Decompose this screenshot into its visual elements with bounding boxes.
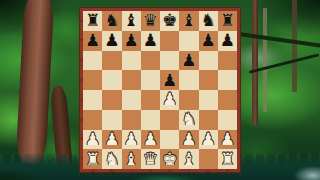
square-e1[interactable]: ♚ — [160, 149, 179, 169]
piece-black-bishop: ♝ — [124, 12, 139, 29]
rank-label-8: 8 — [80, 11, 83, 31]
piece-black-pawn: ♟ — [201, 32, 216, 49]
piece-black-pawn: ♟ — [181, 51, 196, 68]
square-g1[interactable] — [199, 149, 218, 169]
piece-black-pawn: ♟ — [124, 32, 139, 49]
square-c3[interactable] — [122, 110, 141, 130]
square-d3[interactable] — [141, 110, 160, 130]
file-label-b: b — [102, 169, 121, 173]
square-b7[interactable]: ♟ — [102, 31, 121, 51]
square-f3[interactable]: ♞ — [179, 110, 198, 130]
piece-black-pawn: ♟ — [143, 32, 158, 49]
square-d2[interactable]: ♟ — [141, 130, 160, 150]
piece-white-rook: ♜ — [220, 150, 235, 167]
file-label-e: e — [160, 169, 179, 173]
square-a1[interactable]: ♜ — [83, 149, 102, 169]
file-coordinates: abcdefgh — [83, 169, 237, 173]
tree-trunk-right-1 — [252, 0, 258, 125]
file-label-f: f — [179, 169, 198, 173]
square-d4[interactable] — [141, 90, 160, 110]
rank-label-5: 5 — [80, 70, 83, 90]
piece-white-bishop: ♝ — [181, 150, 196, 167]
water-highlight-bottom-right — [274, 158, 320, 180]
file-label-h: h — [218, 169, 237, 173]
square-a3[interactable] — [83, 110, 102, 130]
piece-white-pawn: ♟ — [85, 130, 100, 147]
square-c5[interactable] — [122, 70, 141, 90]
square-f5[interactable] — [179, 70, 198, 90]
rank-label-2: 2 — [80, 130, 83, 150]
chess-board: ♜♞♝♛♚♝♞♜♟♟♟♟♟♟♟♟♟♞♟♟♟♟♟♟♟♜♞♝♛♚♝♜ 8765432… — [80, 8, 240, 172]
file-label-c: c — [122, 169, 141, 173]
square-c8[interactable]: ♝ — [122, 11, 141, 31]
square-g6[interactable] — [199, 51, 218, 71]
rank-label-1: 1 — [80, 149, 83, 169]
square-a5[interactable] — [83, 70, 102, 90]
square-e8[interactable]: ♚ — [160, 11, 179, 31]
square-f4[interactable] — [179, 90, 198, 110]
tree-trunk-right-3 — [292, 0, 297, 92]
piece-black-knight: ♞ — [104, 12, 119, 29]
file-label-a: a — [83, 169, 102, 173]
square-f8[interactable]: ♝ — [179, 11, 198, 31]
piece-white-rook: ♜ — [85, 150, 100, 167]
square-g7[interactable]: ♟ — [199, 31, 218, 51]
square-a4[interactable] — [83, 90, 102, 110]
square-d5[interactable] — [141, 70, 160, 90]
square-c2[interactable]: ♟ — [122, 130, 141, 150]
square-f7[interactable] — [179, 31, 198, 51]
square-b2[interactable]: ♟ — [102, 130, 121, 150]
piece-white-bishop: ♝ — [124, 150, 139, 167]
square-b6[interactable] — [102, 51, 121, 71]
piece-black-pawn: ♟ — [85, 32, 100, 49]
square-a8[interactable]: ♜ — [83, 11, 102, 31]
piece-white-queen: ♛ — [143, 150, 158, 167]
square-f1[interactable]: ♝ — [179, 149, 198, 169]
square-f2[interactable]: ♟ — [179, 130, 198, 150]
piece-white-pawn: ♟ — [201, 130, 216, 147]
square-g4[interactable] — [199, 90, 218, 110]
screenshot: ♜♞♝♛♚♝♞♜♟♟♟♟♟♟♟♟♟♞♟♟♟♟♟♟♟♜♞♝♛♚♝♜ 8765432… — [0, 0, 320, 180]
piece-black-bishop: ♝ — [181, 12, 196, 29]
piece-white-pawn: ♟ — [143, 130, 158, 147]
file-label-d: d — [141, 169, 160, 173]
square-d1[interactable]: ♛ — [141, 149, 160, 169]
piece-black-knight: ♞ — [201, 12, 216, 29]
rank-label-4: 4 — [80, 90, 83, 110]
square-d8[interactable]: ♛ — [141, 11, 160, 31]
board-squares: ♜♞♝♛♚♝♞♜♟♟♟♟♟♟♟♟♟♞♟♟♟♟♟♟♟♜♞♝♛♚♝♜ — [83, 11, 237, 169]
square-h7[interactable]: ♟ — [218, 31, 237, 51]
square-b8[interactable]: ♞ — [102, 11, 121, 31]
piece-black-rook: ♜ — [220, 12, 235, 29]
square-e5[interactable]: ♟ — [160, 70, 179, 90]
square-g5[interactable] — [199, 70, 218, 90]
square-d6[interactable] — [141, 51, 160, 71]
rank-label-6: 6 — [80, 51, 83, 71]
square-e4[interactable]: ♟ — [160, 90, 179, 110]
piece-white-knight: ♞ — [104, 150, 119, 167]
piece-black-rook: ♜ — [85, 12, 100, 29]
rank-coordinates: 87654321 — [80, 11, 83, 169]
file-label-g: g — [199, 169, 218, 173]
square-g3[interactable] — [199, 110, 218, 130]
square-e6[interactable] — [160, 51, 179, 71]
square-c6[interactable] — [122, 51, 141, 71]
square-h3[interactable] — [218, 110, 237, 130]
tree-trunk-right-2 — [263, 8, 267, 112]
square-h4[interactable] — [218, 90, 237, 110]
piece-white-pawn: ♟ — [104, 130, 119, 147]
square-c4[interactable] — [122, 90, 141, 110]
square-d7[interactable]: ♟ — [141, 31, 160, 51]
square-e2[interactable] — [160, 130, 179, 150]
square-h5[interactable] — [218, 70, 237, 90]
piece-black-pawn: ♟ — [104, 32, 119, 49]
square-a7[interactable]: ♟ — [83, 31, 102, 51]
rank-label-7: 7 — [80, 31, 83, 51]
square-b4[interactable] — [102, 90, 121, 110]
square-a6[interactable] — [83, 51, 102, 71]
piece-black-pawn: ♟ — [220, 32, 235, 49]
square-h1[interactable]: ♜ — [218, 149, 237, 169]
piece-white-pawn: ♟ — [162, 91, 177, 108]
water-shadow-bottom-left — [0, 160, 70, 180]
square-g8[interactable]: ♞ — [199, 11, 218, 31]
square-h2[interactable]: ♟ — [218, 130, 237, 150]
square-c7[interactable]: ♟ — [122, 31, 141, 51]
square-b1[interactable]: ♞ — [102, 149, 121, 169]
square-g2[interactable]: ♟ — [199, 130, 218, 150]
rank-label-3: 3 — [80, 110, 83, 130]
piece-black-queen: ♛ — [143, 12, 158, 29]
piece-white-king: ♚ — [162, 150, 177, 167]
piece-white-pawn: ♟ — [220, 130, 235, 147]
piece-black-king: ♚ — [162, 12, 177, 29]
piece-white-pawn: ♟ — [124, 130, 139, 147]
square-a2[interactable]: ♟ — [83, 130, 102, 150]
piece-white-knight: ♞ — [181, 111, 196, 128]
square-b5[interactable] — [102, 70, 121, 90]
square-f6[interactable]: ♟ — [179, 51, 198, 71]
square-h6[interactable] — [218, 51, 237, 71]
square-b3[interactable] — [102, 110, 121, 130]
square-e3[interactable] — [160, 110, 179, 130]
square-h8[interactable]: ♜ — [218, 11, 237, 31]
square-e7[interactable] — [160, 31, 179, 51]
piece-black-pawn: ♟ — [162, 71, 177, 88]
square-c1[interactable]: ♝ — [122, 149, 141, 169]
piece-white-pawn: ♟ — [181, 130, 196, 147]
